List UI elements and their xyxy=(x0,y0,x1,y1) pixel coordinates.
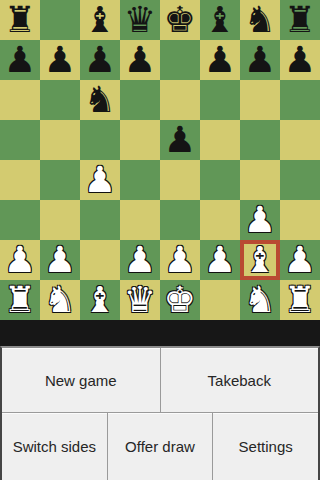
square-b4[interactable] xyxy=(40,160,80,200)
square-c2[interactable] xyxy=(80,240,120,280)
square-f5[interactable] xyxy=(200,120,240,160)
piece-black-pawn: ♟ xyxy=(164,122,196,158)
piece-white-knight: ♞ xyxy=(244,282,276,318)
settings-label: Settings xyxy=(239,438,293,455)
square-e6[interactable] xyxy=(160,80,200,120)
square-b8[interactable] xyxy=(40,0,80,40)
square-d1[interactable]: ♛ xyxy=(120,280,160,320)
offer-draw-button[interactable]: Offer draw xyxy=(108,413,213,480)
square-c5[interactable] xyxy=(80,120,120,160)
square-f3[interactable] xyxy=(200,200,240,240)
piece-black-rook: ♜ xyxy=(4,2,36,38)
new-game-label: New game xyxy=(45,372,117,389)
piece-white-queen: ♛ xyxy=(124,282,156,318)
square-g4[interactable] xyxy=(240,160,280,200)
takeback-label: Takeback xyxy=(208,372,271,389)
square-f2[interactable]: ♟ xyxy=(200,240,240,280)
switch-sides-label: Switch sides xyxy=(13,438,96,455)
piece-black-bishop: ♝ xyxy=(204,2,236,38)
square-d8[interactable]: ♛ xyxy=(120,0,160,40)
new-game-button[interactable]: New game xyxy=(2,348,160,412)
square-h2[interactable]: ♟ xyxy=(280,240,320,280)
status-bar xyxy=(0,320,320,346)
square-d6[interactable] xyxy=(120,80,160,120)
square-b7[interactable]: ♟ xyxy=(40,40,80,80)
square-d2[interactable]: ♟ xyxy=(120,240,160,280)
options-menu-row-2: Switch sides Offer draw Settings xyxy=(2,413,318,480)
square-h6[interactable] xyxy=(280,80,320,120)
square-c7[interactable]: ♟ xyxy=(80,40,120,80)
piece-black-rook: ♜ xyxy=(284,2,316,38)
square-b6[interactable] xyxy=(40,80,80,120)
square-c1[interactable]: ♝ xyxy=(80,280,120,320)
square-e1[interactable]: ♚ xyxy=(160,280,200,320)
piece-white-pawn: ♟ xyxy=(124,242,156,278)
piece-black-pawn: ♟ xyxy=(204,42,236,78)
square-b3[interactable] xyxy=(40,200,80,240)
piece-white-pawn: ♟ xyxy=(204,242,236,278)
square-h1[interactable]: ♜ xyxy=(280,280,320,320)
square-c6[interactable]: ♞ xyxy=(80,80,120,120)
piece-white-king: ♚ xyxy=(164,282,196,318)
square-g7[interactable]: ♟ xyxy=(240,40,280,80)
square-d4[interactable] xyxy=(120,160,160,200)
square-g5[interactable] xyxy=(240,120,280,160)
piece-white-rook: ♜ xyxy=(4,282,36,318)
square-g6[interactable] xyxy=(240,80,280,120)
piece-black-pawn: ♟ xyxy=(84,42,116,78)
piece-white-pawn: ♟ xyxy=(244,202,276,238)
square-e3[interactable] xyxy=(160,200,200,240)
square-g3[interactable]: ♟ xyxy=(240,200,280,240)
square-e8[interactable]: ♚ xyxy=(160,0,200,40)
square-e5[interactable]: ♟ xyxy=(160,120,200,160)
square-h7[interactable]: ♟ xyxy=(280,40,320,80)
piece-white-pawn: ♟ xyxy=(44,242,76,278)
square-f7[interactable]: ♟ xyxy=(200,40,240,80)
square-e4[interactable] xyxy=(160,160,200,200)
piece-black-pawn: ♟ xyxy=(4,42,36,78)
square-b5[interactable] xyxy=(40,120,80,160)
settings-button[interactable]: Settings xyxy=(213,413,318,480)
square-a6[interactable] xyxy=(0,80,40,120)
piece-white-pawn: ♟ xyxy=(284,242,316,278)
square-g2[interactable]: ♝ xyxy=(240,240,280,280)
switch-sides-button[interactable]: Switch sides xyxy=(2,413,107,480)
square-a8[interactable]: ♜ xyxy=(0,0,40,40)
piece-black-bishop: ♝ xyxy=(84,2,116,38)
piece-black-pawn: ♟ xyxy=(284,42,316,78)
square-c4[interactable]: ♟ xyxy=(80,160,120,200)
square-a2[interactable]: ♟ xyxy=(0,240,40,280)
square-h3[interactable] xyxy=(280,200,320,240)
piece-white-bishop: ♝ xyxy=(244,242,276,278)
square-d5[interactable] xyxy=(120,120,160,160)
square-f1[interactable] xyxy=(200,280,240,320)
piece-white-pawn: ♟ xyxy=(4,242,36,278)
square-f6[interactable] xyxy=(200,80,240,120)
square-b1[interactable]: ♞ xyxy=(40,280,80,320)
piece-white-pawn: ♟ xyxy=(84,162,116,198)
square-g1[interactable]: ♞ xyxy=(240,280,280,320)
piece-black-pawn: ♟ xyxy=(44,42,76,78)
piece-black-queen: ♛ xyxy=(124,2,156,38)
square-c8[interactable]: ♝ xyxy=(80,0,120,40)
piece-white-rook: ♜ xyxy=(284,282,316,318)
piece-black-pawn: ♟ xyxy=(244,42,276,78)
piece-white-bishop: ♝ xyxy=(84,282,116,318)
piece-black-knight: ♞ xyxy=(244,2,276,38)
square-f4[interactable] xyxy=(200,160,240,200)
offer-draw-label: Offer draw xyxy=(125,438,195,455)
chess-board: ♜♝♛♚♝♞♜♟♟♟♟♟♟♟♞♟♟♟♟♟♟♟♟♝♟♜♞♝♛♚♞♜ xyxy=(0,0,320,320)
square-a3[interactable] xyxy=(0,200,40,240)
piece-white-knight: ♞ xyxy=(44,282,76,318)
piece-black-pawn: ♟ xyxy=(124,42,156,78)
square-h8[interactable]: ♜ xyxy=(280,0,320,40)
square-e7[interactable] xyxy=(160,40,200,80)
square-d7[interactable]: ♟ xyxy=(120,40,160,80)
square-h5[interactable] xyxy=(280,120,320,160)
options-menu-row-1: New game Takeback xyxy=(2,348,318,412)
piece-black-knight: ♞ xyxy=(84,82,116,118)
square-a7[interactable]: ♟ xyxy=(0,40,40,80)
square-b2[interactable]: ♟ xyxy=(40,240,80,280)
square-a1[interactable]: ♜ xyxy=(0,280,40,320)
square-e2[interactable]: ♟ xyxy=(160,240,200,280)
square-h4[interactable] xyxy=(280,160,320,200)
square-c3[interactable] xyxy=(80,200,120,240)
square-a4[interactable] xyxy=(0,160,40,200)
piece-black-king: ♚ xyxy=(164,2,196,38)
square-g8[interactable]: ♞ xyxy=(240,0,280,40)
square-d3[interactable] xyxy=(120,200,160,240)
square-f8[interactable]: ♝ xyxy=(200,0,240,40)
takeback-button[interactable]: Takeback xyxy=(161,348,319,412)
options-menu: New game Takeback Switch sides Offer dra… xyxy=(0,346,320,480)
piece-white-pawn: ♟ xyxy=(164,242,196,278)
square-a5[interactable] xyxy=(0,120,40,160)
